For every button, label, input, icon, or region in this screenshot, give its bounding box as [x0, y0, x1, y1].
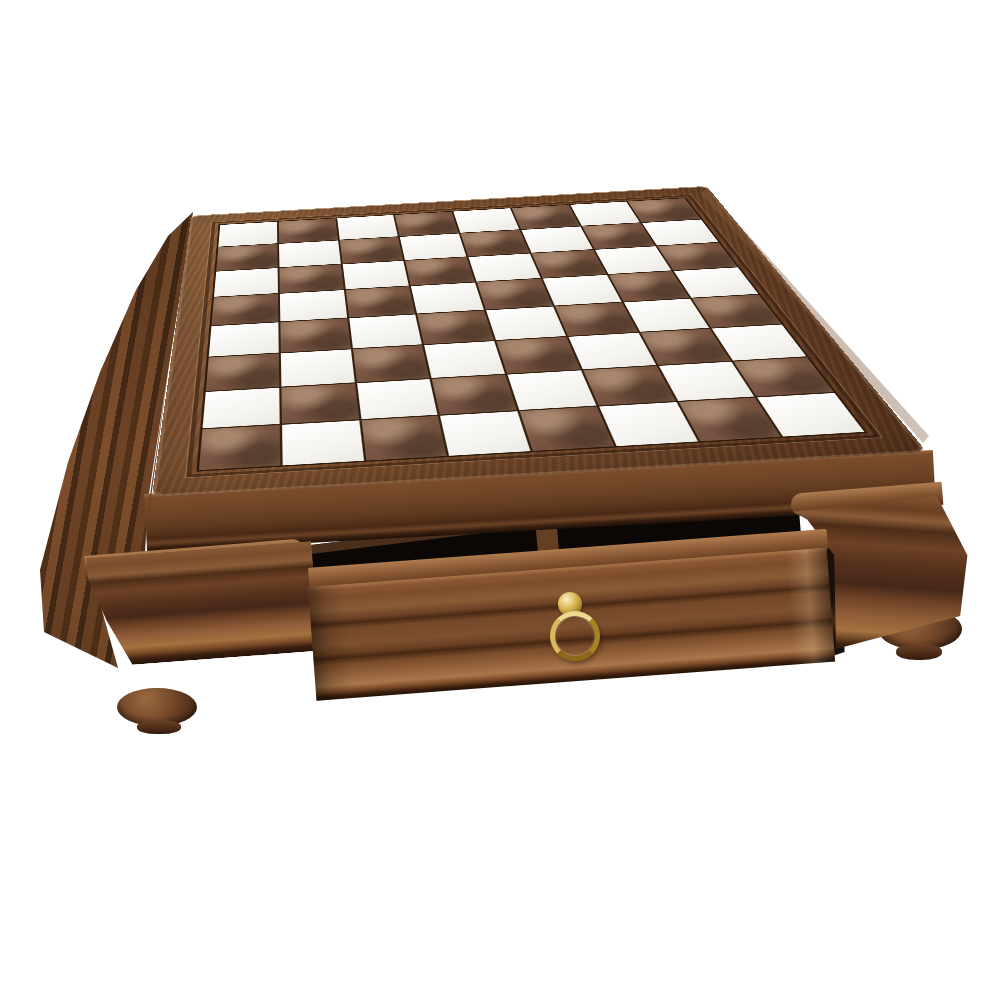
square-d2[interactable]	[432, 374, 517, 414]
square-h7[interactable]	[642, 219, 718, 245]
square-c7[interactable]	[339, 237, 403, 264]
square-a4[interactable]	[209, 322, 279, 356]
square-d3[interactable]	[424, 341, 504, 378]
square-e4[interactable]	[486, 307, 566, 340]
square-h2[interactable]	[734, 357, 834, 396]
ring-loop-icon	[550, 611, 600, 661]
square-e1[interactable]	[520, 407, 614, 451]
square-a1[interactable]	[199, 425, 280, 470]
foot-pad	[896, 644, 942, 660]
square-e5[interactable]	[477, 279, 553, 310]
square-a6[interactable]	[214, 268, 278, 297]
square-h4[interactable]	[692, 295, 781, 328]
square-g1[interactable]	[678, 398, 781, 442]
square-f1[interactable]	[599, 402, 697, 446]
square-e6[interactable]	[468, 253, 540, 281]
square-a8[interactable]	[218, 222, 277, 247]
square-b6[interactable]	[279, 264, 343, 293]
square-d5[interactable]	[411, 283, 484, 314]
square-f7[interactable]	[521, 226, 592, 252]
square-e2[interactable]	[507, 370, 596, 410]
checkerboard	[199, 198, 864, 470]
square-d4[interactable]	[417, 310, 493, 344]
square-h1[interactable]	[758, 393, 865, 436]
square-b1[interactable]	[282, 421, 364, 466]
square-g6[interactable]	[594, 246, 671, 274]
square-h8[interactable]	[628, 198, 700, 222]
square-d1[interactable]	[440, 411, 530, 455]
square-f5[interactable]	[543, 275, 621, 306]
square-f8[interactable]	[512, 205, 580, 229]
square-c3[interactable]	[352, 345, 429, 382]
square-e7[interactable]	[461, 230, 530, 256]
square-a5[interactable]	[211, 294, 278, 325]
square-b2[interactable]	[281, 383, 358, 424]
square-f2[interactable]	[583, 366, 676, 406]
square-g8[interactable]	[570, 202, 640, 226]
square-h5[interactable]	[674, 267, 758, 297]
square-c1[interactable]	[361, 416, 447, 461]
square-b4[interactable]	[280, 318, 350, 352]
square-g5[interactable]	[608, 271, 689, 301]
board-frame	[152, 186, 927, 497]
square-e8[interactable]	[453, 208, 519, 232]
square-g3[interactable]	[640, 329, 731, 365]
square-e3[interactable]	[496, 337, 580, 373]
foot-pad	[137, 720, 181, 734]
square-a2[interactable]	[203, 388, 280, 429]
square-h6[interactable]	[658, 242, 738, 270]
square-f4[interactable]	[555, 303, 638, 336]
square-c5[interactable]	[345, 286, 415, 317]
square-d8[interactable]	[395, 212, 459, 237]
square-c4[interactable]	[349, 314, 422, 348]
square-a3[interactable]	[206, 353, 279, 390]
square-c2[interactable]	[357, 379, 438, 419]
foot-front-left	[114, 686, 202, 738]
square-g2[interactable]	[658, 361, 754, 401]
square-c8[interactable]	[337, 215, 398, 240]
square-b8[interactable]	[278, 218, 337, 243]
square-b7[interactable]	[279, 240, 341, 267]
square-g4[interactable]	[624, 299, 710, 332]
product-photo-scene	[0, 0, 1000, 1000]
square-b5[interactable]	[280, 290, 347, 321]
square-d6[interactable]	[405, 257, 474, 285]
square-d7[interactable]	[400, 233, 466, 259]
square-b3[interactable]	[281, 349, 355, 386]
square-g7[interactable]	[582, 223, 656, 249]
square-h3[interactable]	[712, 324, 806, 360]
square-f6[interactable]	[531, 250, 606, 278]
square-f3[interactable]	[568, 333, 655, 369]
square-c6[interactable]	[342, 261, 409, 290]
square-a7[interactable]	[216, 244, 277, 271]
